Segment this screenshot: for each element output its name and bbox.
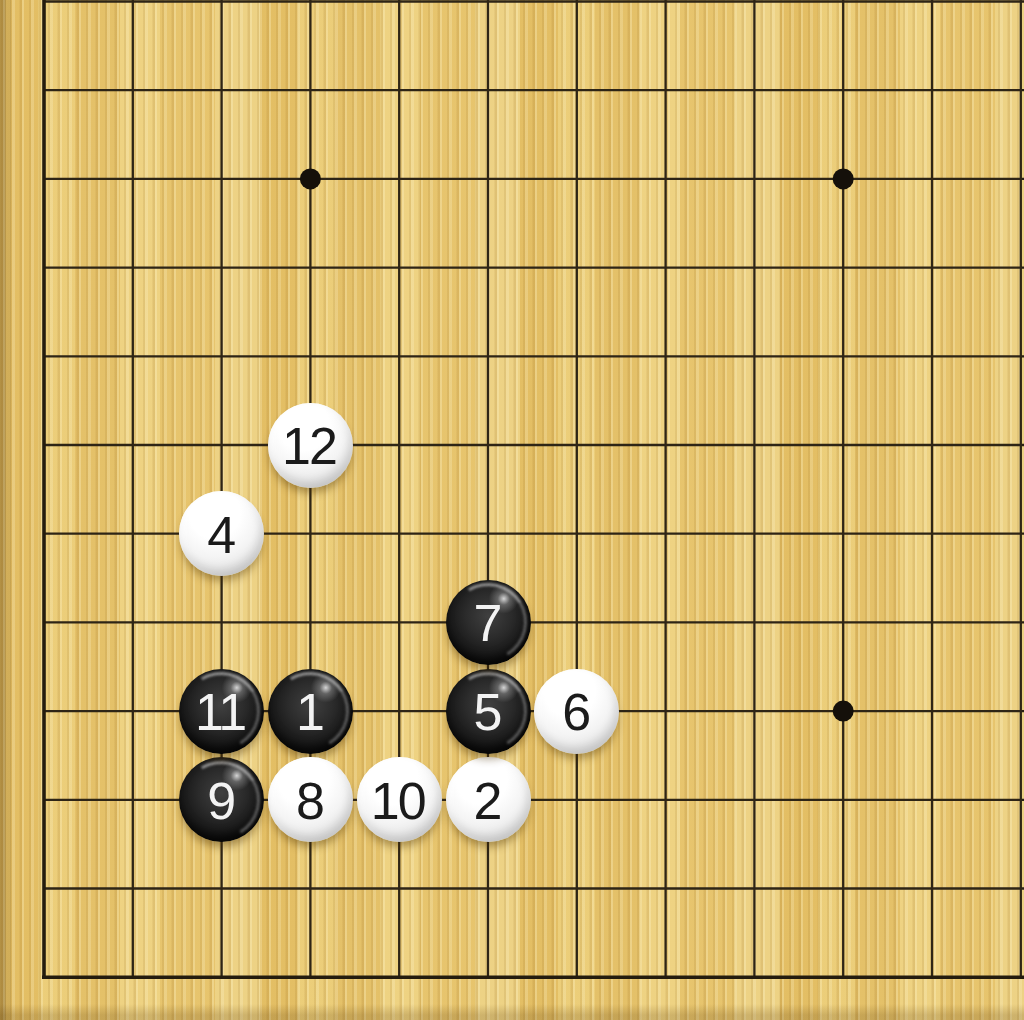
stone-number: 4 xyxy=(207,509,236,561)
go-board: 12456789101112 xyxy=(0,0,1024,1020)
stone-black-5: 5 xyxy=(446,669,531,754)
stone-number: 12 xyxy=(282,420,336,472)
stone-number: 5 xyxy=(474,686,503,738)
stone-number: 10 xyxy=(371,775,425,827)
stones-layer: 12456789101112 xyxy=(0,0,1024,1020)
stone-number: 1 xyxy=(296,686,325,738)
stone-white-6: 6 xyxy=(534,669,619,754)
stone-number: 9 xyxy=(207,775,236,827)
stone-white-8: 8 xyxy=(268,757,353,842)
screenshot: 12456789101112 xyxy=(0,0,1024,1020)
stone-number: 8 xyxy=(296,775,325,827)
stone-black-7: 7 xyxy=(446,580,531,665)
stone-black-1: 1 xyxy=(268,669,353,754)
stone-white-12: 12 xyxy=(268,403,353,488)
stone-number: 7 xyxy=(474,597,503,649)
stone-number: 11 xyxy=(195,686,245,738)
stone-black-11: 11 xyxy=(179,669,264,754)
stone-white-4: 4 xyxy=(179,491,264,576)
stone-number: 6 xyxy=(562,686,591,738)
stone-white-10: 10 xyxy=(357,757,442,842)
stone-white-2: 2 xyxy=(446,757,531,842)
stone-number: 2 xyxy=(474,775,503,827)
stone-black-9: 9 xyxy=(179,757,264,842)
